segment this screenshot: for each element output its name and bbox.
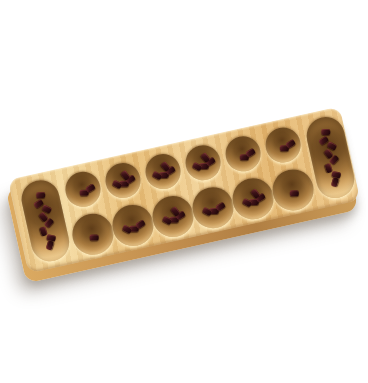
pit-bottom-6[interactable] bbox=[269, 165, 318, 214]
pit-top-2[interactable] bbox=[102, 159, 144, 201]
pit-top-4[interactable] bbox=[182, 141, 224, 183]
board-top-face bbox=[8, 106, 361, 273]
pit-top-6[interactable] bbox=[262, 124, 304, 166]
seed-stone bbox=[331, 177, 339, 187]
seed-stone bbox=[46, 240, 54, 250]
pit-top-5[interactable] bbox=[222, 132, 264, 174]
seed-stone bbox=[36, 192, 45, 198]
pit-bottom-5[interactable] bbox=[228, 174, 277, 223]
pit-bottom-2[interactable] bbox=[108, 200, 157, 249]
seed-stone bbox=[89, 235, 98, 241]
pit-bottom-1[interactable] bbox=[68, 209, 117, 258]
pit-bottom-4[interactable] bbox=[188, 183, 237, 232]
mancala-board bbox=[8, 106, 361, 273]
seed-stone bbox=[289, 190, 298, 196]
pit-top-1[interactable] bbox=[62, 168, 104, 210]
pit-top-3[interactable] bbox=[142, 150, 184, 192]
seed-stone bbox=[321, 129, 330, 135]
pit-bottom-3[interactable] bbox=[148, 192, 197, 241]
